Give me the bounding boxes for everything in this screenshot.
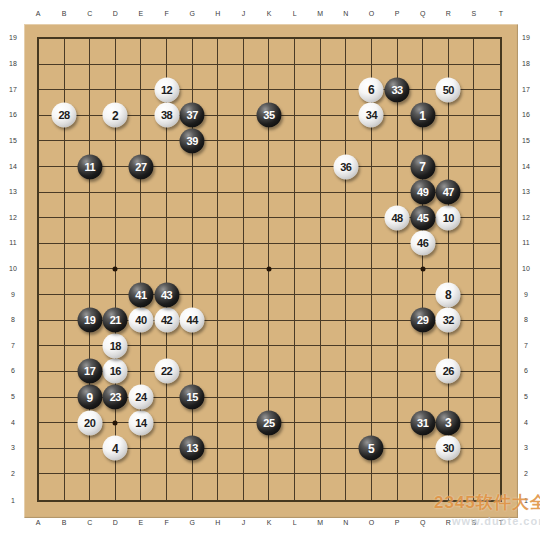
stone-black-25-k4: 25 (256, 410, 281, 435)
grid-cell (39, 449, 65, 475)
stone-move-number: 12 (161, 84, 172, 95)
grid-cell (398, 474, 424, 500)
stone-move-number: 40 (135, 315, 146, 326)
grid-cell (65, 474, 91, 500)
grid-cell (423, 474, 449, 500)
stone-move-number: 31 (417, 417, 428, 428)
stone-black-19-c8: 19 (77, 308, 102, 333)
grid-cell (346, 193, 372, 219)
stone-move-number: 41 (135, 289, 146, 300)
stone-black-29-q8: 29 (410, 308, 435, 333)
grid-cell (218, 346, 244, 372)
stone-move-number: 39 (187, 135, 198, 146)
row-label-right-4: 4 (524, 419, 528, 427)
grid-cell (372, 295, 398, 321)
stone-move-number: 46 (417, 238, 428, 249)
grid-cell (218, 218, 244, 244)
col-label-top-e: E (139, 10, 144, 18)
stone-move-number: 6 (368, 84, 375, 96)
stone-black-11-c14: 11 (77, 154, 102, 179)
row-label-right-19: 19 (522, 34, 530, 42)
grid-cell (321, 449, 347, 475)
col-label-bottom-n: N (343, 519, 348, 527)
grid-cell (346, 372, 372, 398)
col-label-top-k: K (267, 10, 272, 18)
grid-cell (167, 474, 193, 500)
stone-black-23-d5: 23 (103, 385, 128, 410)
row-label-right-8: 8 (524, 316, 528, 324)
stone-white-44-g8: 44 (180, 308, 205, 333)
row-label-left-14: 14 (9, 163, 17, 171)
grid-cell (39, 244, 65, 270)
stone-black-31-q4: 31 (410, 410, 435, 435)
grid-cell (346, 244, 372, 270)
stone-white-46-q11: 46 (410, 231, 435, 256)
row-label-left-10: 10 (9, 265, 17, 273)
grid-cell (218, 244, 244, 270)
grid-cell (244, 474, 270, 500)
stone-white-16-d6: 16 (103, 359, 128, 384)
col-label-bottom-e: E (139, 519, 144, 527)
grid-cell (321, 423, 347, 449)
stone-white-18-d7: 18 (103, 333, 128, 358)
grid-cell (269, 244, 295, 270)
grid-cell (474, 65, 500, 91)
grid-cell (295, 295, 321, 321)
stone-move-number: 48 (391, 212, 402, 223)
grid-cell (269, 141, 295, 167)
col-label-bottom-t: T (499, 519, 503, 527)
grid-cell (90, 269, 116, 295)
stone-white-40-e8: 40 (128, 308, 153, 333)
row-label-left-17: 17 (9, 86, 17, 94)
grid-cell (372, 372, 398, 398)
grid-cell (116, 39, 142, 65)
grid-cell (218, 116, 244, 142)
stone-black-33-p17: 33 (385, 77, 410, 102)
grid-cell (167, 39, 193, 65)
grid-cell (244, 269, 270, 295)
grid-cell (39, 398, 65, 424)
grid-cell (295, 398, 321, 424)
grid-cell (141, 218, 167, 244)
grid-cell (474, 269, 500, 295)
grid-cell (116, 218, 142, 244)
grid-cell (39, 39, 65, 65)
stone-black-43-f9: 43 (154, 282, 179, 307)
stone-move-number: 4 (112, 442, 119, 454)
col-label-top-p: P (395, 10, 400, 18)
grid-cell (244, 346, 270, 372)
grid-cell (474, 116, 500, 142)
stone-black-3-r4: 3 (436, 410, 461, 435)
col-label-top-b: B (62, 10, 67, 18)
grid-cell (141, 449, 167, 475)
grid-cell (474, 321, 500, 347)
stone-white-42-f8: 42 (154, 308, 179, 333)
stone-white-48-p12: 48 (385, 205, 410, 230)
row-label-right-14: 14 (522, 163, 530, 171)
stone-white-14-e4: 14 (128, 410, 153, 435)
col-label-bottom-g: G (189, 519, 194, 527)
grid-cell (116, 244, 142, 270)
grid-cell (218, 423, 244, 449)
stone-move-number: 43 (161, 289, 172, 300)
grid-cell (39, 141, 65, 167)
grid-cell (398, 346, 424, 372)
col-label-top-o: O (369, 10, 374, 18)
grid-cell (295, 244, 321, 270)
grid-cell (321, 218, 347, 244)
grid-cell (372, 398, 398, 424)
grid-cell (116, 193, 142, 219)
grid-cell (449, 141, 475, 167)
stone-black-37-g16: 37 (180, 103, 205, 128)
row-label-right-15: 15 (522, 137, 530, 145)
row-label-right-12: 12 (522, 214, 530, 222)
col-label-bottom-k: K (267, 519, 272, 527)
stone-move-number: 13 (187, 443, 198, 454)
grid-cell (423, 39, 449, 65)
col-label-top-f: F (164, 10, 168, 18)
grid-cell (295, 90, 321, 116)
stone-move-number: 45 (417, 212, 428, 223)
stone-white-38-f16: 38 (154, 103, 179, 128)
grid-cell (295, 372, 321, 398)
stone-black-45-q12: 45 (410, 205, 435, 230)
grid-cell (90, 474, 116, 500)
col-label-top-d: D (113, 10, 118, 18)
grid-cell (116, 474, 142, 500)
grid-cell (39, 295, 65, 321)
grid-cell (167, 193, 193, 219)
row-label-left-15: 15 (9, 137, 17, 145)
grid-cell (244, 218, 270, 244)
grid-cell (269, 474, 295, 500)
grid-cell (449, 244, 475, 270)
stone-move-number: 21 (110, 315, 121, 326)
grid-cell (321, 295, 347, 321)
stone-move-number: 50 (443, 84, 454, 95)
grid-cell (372, 167, 398, 193)
col-label-bottom-q: Q (420, 519, 425, 527)
col-label-top-s: S (472, 10, 477, 18)
col-label-bottom-c: C (87, 519, 92, 527)
stone-move-number: 33 (391, 84, 402, 95)
grid-cell (244, 39, 270, 65)
grid-cell (372, 39, 398, 65)
grid-cell (474, 90, 500, 116)
col-label-bottom-p: P (395, 519, 400, 527)
stone-move-number: 2 (112, 109, 119, 121)
grid-cell (474, 449, 500, 475)
stone-white-10-r12: 10 (436, 205, 461, 230)
grid-cell (321, 398, 347, 424)
stone-move-number: 22 (161, 366, 172, 377)
grid-cell (321, 321, 347, 347)
col-label-top-j: J (242, 10, 246, 18)
grid-cell (372, 141, 398, 167)
row-label-right-5: 5 (524, 393, 528, 401)
grid-cell (167, 244, 193, 270)
grid-cell (39, 321, 65, 347)
stone-move-number: 20 (84, 417, 95, 428)
grid-cell (398, 372, 424, 398)
stone-move-number: 18 (110, 340, 121, 351)
row-label-left-9: 9 (11, 291, 15, 299)
stone-move-number: 36 (340, 161, 351, 172)
grid-cell (218, 474, 244, 500)
row-label-left-16: 16 (9, 111, 17, 119)
stone-black-17-c6: 17 (77, 359, 102, 384)
row-label-right-2: 2 (524, 470, 528, 478)
grid-cell (295, 474, 321, 500)
row-label-left-2: 2 (11, 470, 15, 478)
grid-cell (269, 269, 295, 295)
grid-cell (295, 269, 321, 295)
grid-cell (295, 39, 321, 65)
grid-cell (193, 65, 219, 91)
row-label-left-12: 12 (9, 214, 17, 222)
row-label-left-6: 6 (11, 367, 15, 375)
stone-move-number: 35 (263, 110, 274, 121)
grid-cell (116, 65, 142, 91)
stone-white-20-c4: 20 (77, 410, 102, 435)
grid-cell (218, 295, 244, 321)
stone-move-number: 19 (84, 315, 95, 326)
grid-cell (269, 346, 295, 372)
grid-cell (474, 141, 500, 167)
grid-cell (244, 372, 270, 398)
col-label-bottom-l: L (293, 519, 297, 527)
col-label-top-l: L (293, 10, 297, 18)
grid-cell (474, 346, 500, 372)
grid-cell (90, 193, 116, 219)
grid-cell (218, 65, 244, 91)
stone-white-28-b16: 28 (52, 103, 77, 128)
stone-move-number: 1 (419, 109, 426, 121)
grid-cell (141, 244, 167, 270)
star-point-q10 (420, 266, 425, 271)
grid-cell (321, 90, 347, 116)
stone-move-number: 16 (110, 366, 121, 377)
row-label-right-16: 16 (522, 111, 530, 119)
grid-cell (295, 116, 321, 142)
grid-cell (218, 90, 244, 116)
stone-move-number: 37 (187, 110, 198, 121)
col-label-bottom-r: R (446, 519, 451, 527)
row-label-left-19: 19 (9, 34, 17, 42)
stone-white-32-r8: 32 (436, 308, 461, 333)
col-label-top-h: H (215, 10, 220, 18)
stone-move-number: 49 (417, 187, 428, 198)
grid-cell (398, 269, 424, 295)
row-label-left-13: 13 (9, 188, 17, 196)
grid-cell (449, 39, 475, 65)
grid-cell (346, 269, 372, 295)
stone-move-number: 30 (443, 443, 454, 454)
star-point-d4 (113, 420, 118, 425)
stone-white-30-r3: 30 (436, 436, 461, 461)
grid-cell (39, 269, 65, 295)
stone-move-number: 26 (443, 366, 454, 377)
grid-cell (193, 218, 219, 244)
grid-cell (269, 65, 295, 91)
grid-cell (321, 474, 347, 500)
row-label-right-11: 11 (522, 239, 529, 247)
star-point-k10 (266, 266, 271, 271)
grid-cell (244, 295, 270, 321)
grid-cell (218, 39, 244, 65)
grid-cell (295, 449, 321, 475)
col-label-top-a: A (36, 10, 41, 18)
stone-black-49-q13: 49 (410, 180, 435, 205)
row-label-left-7: 7 (11, 342, 15, 350)
col-label-bottom-h: H (215, 519, 220, 527)
grid-cell (346, 474, 372, 500)
stone-white-24-e5: 24 (128, 385, 153, 410)
grid-cell (193, 244, 219, 270)
col-label-top-t: T (499, 10, 503, 18)
grid-cell (193, 346, 219, 372)
row-label-left-11: 11 (9, 239, 16, 247)
stone-white-2-d16: 2 (103, 103, 128, 128)
grid-cell (218, 321, 244, 347)
go-diagram-screen: AABBCCDDEEFFGGHHJJKKLLMMNNOOPPQQRRSSTT19… (0, 0, 540, 540)
row-label-right-7: 7 (524, 342, 528, 350)
grid-cell (474, 398, 500, 424)
col-label-bottom-d: D (113, 519, 118, 527)
grid-cell (398, 39, 424, 65)
row-label-right-3: 3 (524, 444, 528, 452)
grid-cell (244, 244, 270, 270)
grid-cell (141, 474, 167, 500)
grid-cell (372, 346, 398, 372)
grid-cell (193, 39, 219, 65)
stone-black-15-g5: 15 (180, 385, 205, 410)
row-label-left-18: 18 (9, 60, 17, 68)
row-label-right-1: 1 (524, 497, 528, 505)
grid-cell (346, 398, 372, 424)
stone-black-13-g3: 13 (180, 436, 205, 461)
grid-cell (346, 346, 372, 372)
row-label-right-17: 17 (522, 86, 530, 94)
grid-cell (346, 321, 372, 347)
stone-move-number: 24 (135, 392, 146, 403)
grid-cell (65, 269, 91, 295)
grid-cell (39, 65, 65, 91)
grid-cell (295, 193, 321, 219)
grid-cell (90, 218, 116, 244)
grid-cell (269, 449, 295, 475)
stone-black-47-r13: 47 (436, 180, 461, 205)
grid-cell (474, 423, 500, 449)
grid-cell (218, 372, 244, 398)
grid-cell (449, 116, 475, 142)
grid-cell (65, 39, 91, 65)
grid-cell (474, 474, 500, 500)
grid-cell (141, 193, 167, 219)
grid-cell (449, 474, 475, 500)
grid-cell (218, 449, 244, 475)
grid-cell (39, 218, 65, 244)
grid-cell (244, 167, 270, 193)
stone-move-number: 47 (443, 187, 454, 198)
grid-cell (244, 141, 270, 167)
grid-cell (193, 474, 219, 500)
grid-cell (65, 218, 91, 244)
row-label-left-5: 5 (11, 393, 15, 401)
stone-move-number: 38 (161, 110, 172, 121)
grid-cell (65, 244, 91, 270)
stone-move-number: 5 (368, 442, 375, 454)
stone-black-1-q16: 1 (410, 103, 435, 128)
stone-move-number: 44 (187, 315, 198, 326)
grid-cell (244, 321, 270, 347)
stone-black-39-g15: 39 (180, 128, 205, 153)
grid-cell (295, 65, 321, 91)
grid-cell (90, 39, 116, 65)
grid-cell (244, 193, 270, 219)
grid-cell (193, 269, 219, 295)
grid-cell (269, 218, 295, 244)
grid-cell (218, 167, 244, 193)
stone-move-number: 9 (86, 391, 93, 403)
row-label-right-13: 13 (522, 188, 530, 196)
stone-move-number: 17 (84, 366, 95, 377)
grid-cell (90, 244, 116, 270)
grid-cell (295, 141, 321, 167)
row-label-left-4: 4 (11, 419, 15, 427)
row-label-right-9: 9 (524, 291, 528, 299)
stone-move-number: 15 (187, 392, 198, 403)
grid-cell (321, 372, 347, 398)
stone-white-34-o16: 34 (359, 103, 384, 128)
grid-cell (346, 295, 372, 321)
grid-cell (269, 372, 295, 398)
grid-cell (321, 193, 347, 219)
grid-cell (39, 372, 65, 398)
grid-cell (65, 449, 91, 475)
grid-cell (346, 218, 372, 244)
grid-cell (372, 244, 398, 270)
grid-cell (321, 346, 347, 372)
grid-cell (321, 269, 347, 295)
stone-white-36-n14: 36 (333, 154, 358, 179)
row-label-right-10: 10 (522, 265, 530, 273)
col-label-bottom-m: M (317, 519, 323, 527)
grid-cell (372, 321, 398, 347)
stone-move-number: 27 (135, 161, 146, 172)
stone-move-number: 3 (445, 417, 452, 429)
grid-cell (295, 423, 321, 449)
col-label-top-q: Q (420, 10, 425, 18)
star-point-d10 (113, 266, 118, 271)
stone-move-number: 42 (161, 315, 172, 326)
grid-cell (167, 218, 193, 244)
col-label-top-g: G (189, 10, 194, 18)
stone-move-number: 10 (443, 212, 454, 223)
grid-cell (295, 167, 321, 193)
grid-cell (218, 398, 244, 424)
grid-cell (474, 372, 500, 398)
grid-cell (39, 474, 65, 500)
col-label-top-n: N (343, 10, 348, 18)
grid-cell (295, 218, 321, 244)
grid-cell (65, 65, 91, 91)
col-label-bottom-s: S (472, 519, 477, 527)
grid-cell (321, 244, 347, 270)
